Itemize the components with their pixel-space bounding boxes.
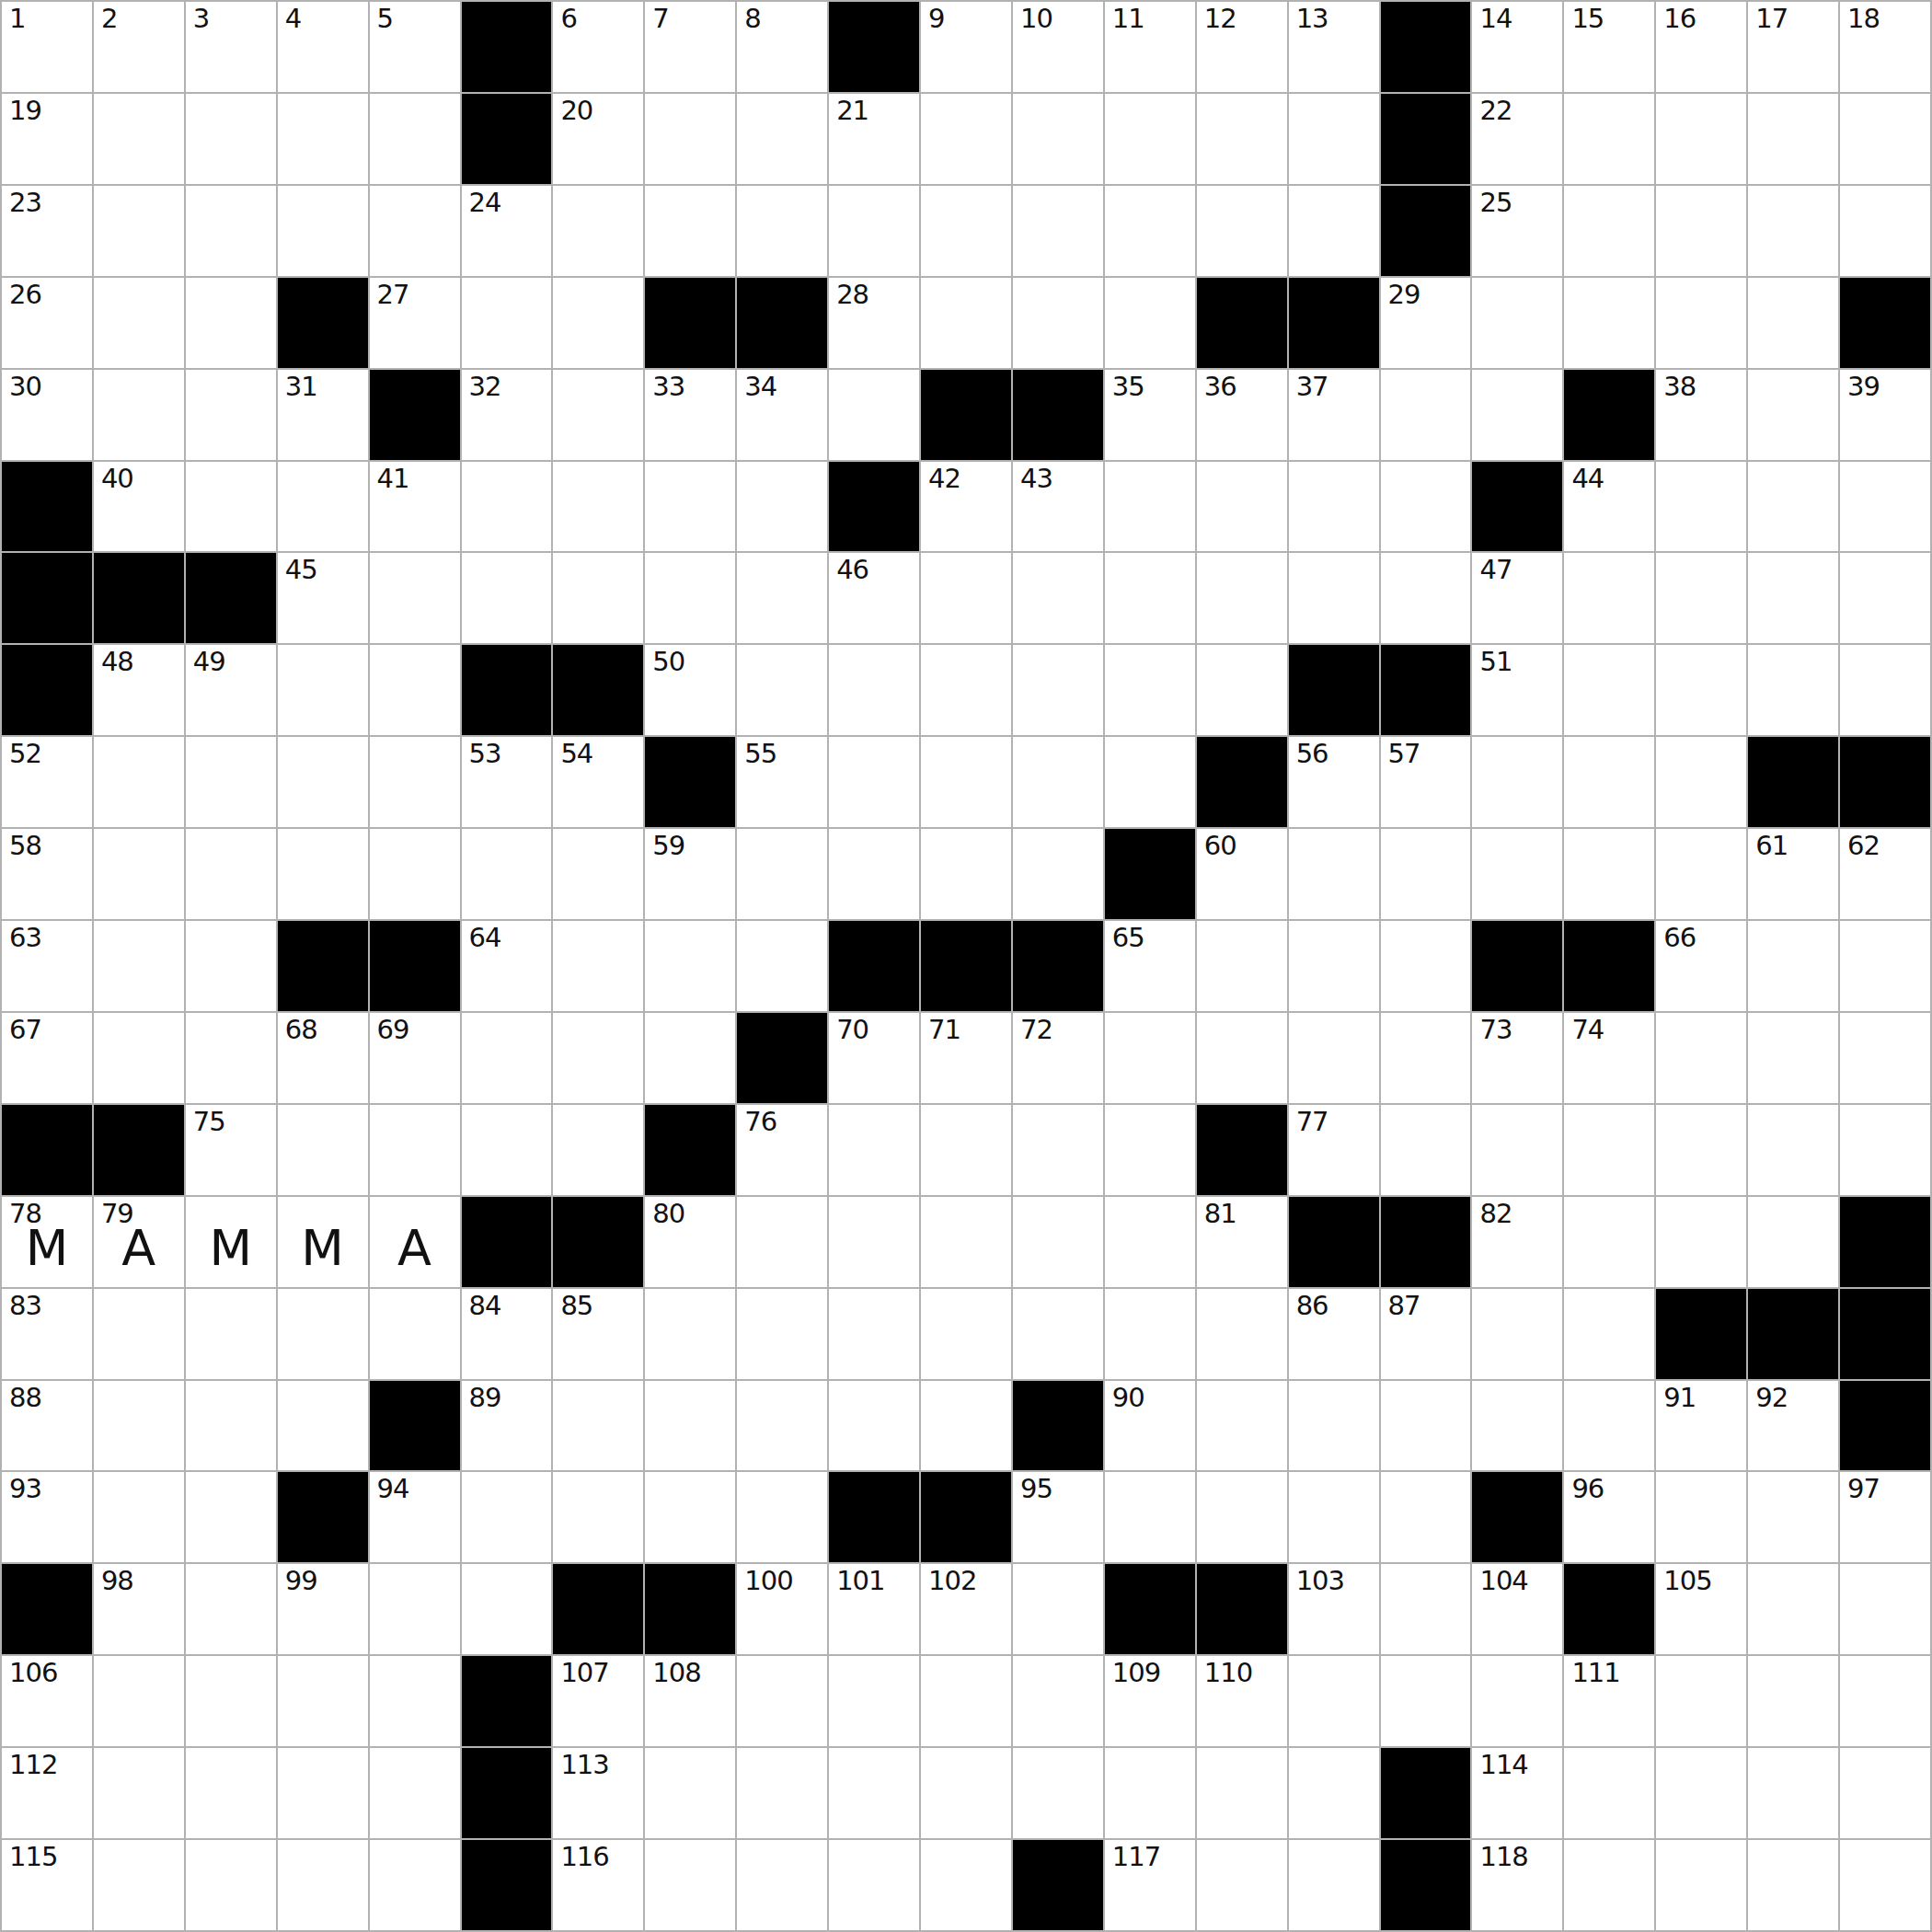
white-cell[interactable] [1013, 186, 1103, 276]
white-cell[interactable] [645, 1748, 735, 1838]
white-cell[interactable] [829, 829, 919, 919]
white-cell[interactable] [1105, 1472, 1195, 1562]
white-cell[interactable] [737, 462, 827, 552]
white-cell[interactable] [737, 645, 827, 735]
white-cell[interactable] [1748, 1564, 1838, 1654]
white-cell[interactable] [1289, 1381, 1379, 1471]
white-cell[interactable] [1656, 1840, 1746, 1930]
white-cell[interactable]: 5 [370, 2, 460, 92]
white-cell[interactable]: 51 [1472, 645, 1562, 735]
white-cell[interactable] [462, 1105, 552, 1195]
white-cell[interactable] [1472, 1105, 1562, 1195]
white-cell[interactable] [921, 1105, 1011, 1195]
white-cell[interactable] [553, 370, 643, 460]
white-cell[interactable]: 102 [921, 1564, 1011, 1654]
white-cell[interactable]: 94 [370, 1472, 460, 1562]
white-cell[interactable] [645, 462, 735, 552]
white-cell[interactable] [1289, 1656, 1379, 1746]
white-cell[interactable]: 15 [1564, 2, 1654, 92]
white-cell[interactable]: 78M [2, 1197, 92, 1287]
white-cell[interactable] [645, 1840, 735, 1930]
white-cell[interactable]: 49 [186, 645, 276, 735]
white-cell[interactable] [462, 1472, 552, 1562]
white-cell[interactable] [1197, 1289, 1287, 1379]
white-cell[interactable]: 97 [1840, 1472, 1930, 1562]
white-cell[interactable] [1289, 829, 1379, 919]
white-cell[interactable] [1748, 94, 1838, 184]
white-cell[interactable]: 34 [737, 370, 827, 460]
white-cell[interactable] [94, 1472, 184, 1562]
white-cell[interactable] [921, 1197, 1011, 1287]
white-cell[interactable] [1013, 1748, 1103, 1838]
white-cell[interactable] [553, 1013, 643, 1103]
white-cell[interactable]: 61 [1748, 829, 1838, 919]
white-cell[interactable] [1748, 462, 1838, 552]
white-cell[interactable] [1564, 645, 1654, 735]
white-cell[interactable]: 67 [2, 1013, 92, 1103]
white-cell[interactable] [1840, 553, 1930, 643]
white-cell[interactable] [1840, 1564, 1930, 1654]
white-cell[interactable]: 62 [1840, 829, 1930, 919]
white-cell[interactable] [1013, 278, 1103, 368]
white-cell[interactable] [1656, 278, 1746, 368]
white-cell[interactable]: 66 [1656, 921, 1746, 1011]
white-cell[interactable]: 82 [1472, 1197, 1562, 1287]
white-cell[interactable] [1748, 645, 1838, 735]
white-cell[interactable] [1289, 921, 1379, 1011]
white-cell[interactable]: 74 [1564, 1013, 1654, 1103]
white-cell[interactable] [1289, 186, 1379, 276]
white-cell[interactable] [278, 1656, 368, 1746]
white-cell[interactable]: 100 [737, 1564, 827, 1654]
white-cell[interactable]: 114 [1472, 1748, 1562, 1838]
white-cell[interactable] [921, 1289, 1011, 1379]
white-cell[interactable] [1656, 645, 1746, 735]
white-cell[interactable]: 8 [737, 2, 827, 92]
white-cell[interactable] [94, 1748, 184, 1838]
white-cell[interactable] [1105, 645, 1195, 735]
white-cell[interactable] [462, 829, 552, 919]
white-cell[interactable] [370, 186, 460, 276]
white-cell[interactable]: 103 [1289, 1564, 1379, 1654]
white-cell[interactable] [1013, 1105, 1103, 1195]
white-cell[interactable] [1656, 1197, 1746, 1287]
white-cell[interactable]: M [186, 1197, 276, 1287]
white-cell[interactable] [370, 1656, 460, 1746]
white-cell[interactable] [1472, 737, 1562, 827]
white-cell[interactable] [1381, 1013, 1471, 1103]
white-cell[interactable]: 60 [1197, 829, 1287, 919]
white-cell[interactable]: 84 [462, 1289, 552, 1379]
white-cell[interactable] [1748, 1656, 1838, 1746]
white-cell[interactable] [278, 1289, 368, 1379]
white-cell[interactable] [1197, 553, 1287, 643]
white-cell[interactable] [94, 1840, 184, 1930]
white-cell[interactable] [1197, 462, 1287, 552]
white-cell[interactable] [737, 553, 827, 643]
white-cell[interactable] [553, 1472, 643, 1562]
white-cell[interactable]: 9 [921, 2, 1011, 92]
white-cell[interactable] [94, 370, 184, 460]
white-cell[interactable] [94, 278, 184, 368]
white-cell[interactable] [370, 829, 460, 919]
white-cell[interactable] [1748, 1197, 1838, 1287]
white-cell[interactable] [1197, 1472, 1287, 1562]
white-cell[interactable] [1840, 1105, 1930, 1195]
white-cell[interactable] [645, 921, 735, 1011]
white-cell[interactable] [94, 94, 184, 184]
white-cell[interactable] [1105, 1105, 1195, 1195]
white-cell[interactable]: 99 [278, 1564, 368, 1654]
white-cell[interactable] [1197, 186, 1287, 276]
white-cell[interactable]: 116 [553, 1840, 643, 1930]
white-cell[interactable]: 93 [2, 1472, 92, 1562]
white-cell[interactable]: 108 [645, 1656, 735, 1746]
white-cell[interactable] [737, 1289, 827, 1379]
white-cell[interactable]: 6 [553, 2, 643, 92]
white-cell[interactable] [186, 1472, 276, 1562]
white-cell[interactable] [278, 1105, 368, 1195]
white-cell[interactable] [1013, 553, 1103, 643]
white-cell[interactable] [553, 553, 643, 643]
white-cell[interactable] [278, 1840, 368, 1930]
white-cell[interactable] [1656, 553, 1746, 643]
white-cell[interactable] [1840, 1013, 1930, 1103]
white-cell[interactable] [645, 1289, 735, 1379]
white-cell[interactable] [1472, 370, 1562, 460]
white-cell[interactable] [1656, 1472, 1746, 1562]
white-cell[interactable] [1564, 553, 1654, 643]
white-cell[interactable]: 58 [2, 829, 92, 919]
white-cell[interactable] [921, 278, 1011, 368]
white-cell[interactable] [553, 462, 643, 552]
white-cell[interactable]: 10 [1013, 2, 1103, 92]
white-cell[interactable]: 101 [829, 1564, 919, 1654]
white-cell[interactable]: 33 [645, 370, 735, 460]
white-cell[interactable] [1564, 829, 1654, 919]
white-cell[interactable] [186, 1840, 276, 1930]
white-cell[interactable] [1472, 829, 1562, 919]
white-cell[interactable] [370, 94, 460, 184]
white-cell[interactable]: 70 [829, 1013, 919, 1103]
white-cell[interactable] [829, 186, 919, 276]
white-cell[interactable] [1840, 1840, 1930, 1930]
white-cell[interactable] [1105, 94, 1195, 184]
white-cell[interactable] [1105, 186, 1195, 276]
white-cell[interactable]: 36 [1197, 370, 1287, 460]
white-cell[interactable]: 30 [2, 370, 92, 460]
white-cell[interactable] [278, 1381, 368, 1471]
white-cell[interactable]: 50 [645, 645, 735, 735]
white-cell[interactable]: 1 [2, 2, 92, 92]
white-cell[interactable] [1289, 1840, 1379, 1930]
white-cell[interactable]: 31 [278, 370, 368, 460]
white-cell[interactable] [278, 94, 368, 184]
white-cell[interactable] [1381, 829, 1471, 919]
white-cell[interactable] [1013, 1197, 1103, 1287]
white-cell[interactable] [1656, 829, 1746, 919]
white-cell[interactable]: 14 [1472, 2, 1562, 92]
white-cell[interactable]: 26 [2, 278, 92, 368]
white-cell[interactable] [1748, 370, 1838, 460]
white-cell[interactable] [737, 1840, 827, 1930]
white-cell[interactable]: 4 [278, 2, 368, 92]
white-cell[interactable]: 16 [1656, 2, 1746, 92]
white-cell[interactable] [278, 829, 368, 919]
white-cell[interactable]: 96 [1564, 1472, 1654, 1562]
white-cell[interactable] [829, 1289, 919, 1379]
white-cell[interactable]: 27 [370, 278, 460, 368]
white-cell[interactable] [278, 1748, 368, 1838]
white-cell[interactable]: 48 [94, 645, 184, 735]
white-cell[interactable] [829, 737, 919, 827]
white-cell[interactable]: 110 [1197, 1656, 1287, 1746]
white-cell[interactable] [737, 186, 827, 276]
white-cell[interactable] [1564, 278, 1654, 368]
white-cell[interactable] [94, 737, 184, 827]
white-cell[interactable] [1840, 186, 1930, 276]
white-cell[interactable] [1381, 1472, 1471, 1562]
white-cell[interactable]: 53 [462, 737, 552, 827]
white-cell[interactable] [186, 1289, 276, 1379]
white-cell[interactable] [1289, 553, 1379, 643]
white-cell[interactable] [1656, 1748, 1746, 1838]
white-cell[interactable]: 41 [370, 462, 460, 552]
white-cell[interactable]: 13 [1289, 2, 1379, 92]
white-cell[interactable]: 107 [553, 1656, 643, 1746]
white-cell[interactable]: 86 [1289, 1289, 1379, 1379]
white-cell[interactable] [921, 645, 1011, 735]
white-cell[interactable] [1197, 1013, 1287, 1103]
white-cell[interactable]: 71 [921, 1013, 1011, 1103]
white-cell[interactable] [462, 553, 552, 643]
white-cell[interactable]: 106 [2, 1656, 92, 1746]
white-cell[interactable] [1840, 645, 1930, 735]
white-cell[interactable] [1381, 462, 1471, 552]
white-cell[interactable]: 69 [370, 1013, 460, 1103]
white-cell[interactable]: 55 [737, 737, 827, 827]
white-cell[interactable]: 64 [462, 921, 552, 1011]
white-cell[interactable]: 112 [2, 1748, 92, 1838]
white-cell[interactable] [1197, 1381, 1287, 1471]
white-cell[interactable] [370, 645, 460, 735]
white-cell[interactable] [737, 1381, 827, 1471]
white-cell[interactable] [829, 1197, 919, 1287]
white-cell[interactable] [829, 645, 919, 735]
white-cell[interactable] [1564, 1381, 1654, 1471]
white-cell[interactable]: 92 [1748, 1381, 1838, 1471]
white-cell[interactable] [1197, 645, 1287, 735]
white-cell[interactable]: 81 [1197, 1197, 1287, 1287]
white-cell[interactable] [1472, 278, 1562, 368]
white-cell[interactable] [1013, 1564, 1103, 1654]
white-cell[interactable] [370, 1748, 460, 1838]
white-cell[interactable]: 20 [553, 94, 643, 184]
white-cell[interactable] [921, 1381, 1011, 1471]
white-cell[interactable] [1656, 1105, 1746, 1195]
white-cell[interactable] [1381, 1564, 1471, 1654]
white-cell[interactable]: 91 [1656, 1381, 1746, 1471]
white-cell[interactable] [94, 1381, 184, 1471]
white-cell[interactable] [1472, 1381, 1562, 1471]
white-cell[interactable] [1564, 1840, 1654, 1930]
white-cell[interactable] [1197, 94, 1287, 184]
white-cell[interactable] [1197, 1840, 1287, 1930]
white-cell[interactable] [737, 94, 827, 184]
white-cell[interactable] [462, 278, 552, 368]
white-cell[interactable] [186, 186, 276, 276]
white-cell[interactable] [186, 921, 276, 1011]
white-cell[interactable]: 89 [462, 1381, 552, 1471]
white-cell[interactable] [370, 737, 460, 827]
white-cell[interactable] [1840, 1656, 1930, 1746]
white-cell[interactable] [921, 553, 1011, 643]
white-cell[interactable] [1381, 921, 1471, 1011]
white-cell[interactable] [1564, 1197, 1654, 1287]
white-cell[interactable] [553, 278, 643, 368]
white-cell[interactable] [1748, 553, 1838, 643]
white-cell[interactable]: 24 [462, 186, 552, 276]
white-cell[interactable] [1289, 462, 1379, 552]
white-cell[interactable]: M [278, 1197, 368, 1287]
white-cell[interactable] [553, 921, 643, 1011]
white-cell[interactable] [921, 737, 1011, 827]
white-cell[interactable] [462, 1564, 552, 1654]
white-cell[interactable] [1656, 462, 1746, 552]
white-cell[interactable] [1105, 553, 1195, 643]
white-cell[interactable] [1748, 1748, 1838, 1838]
white-cell[interactable]: 72 [1013, 1013, 1103, 1103]
white-cell[interactable] [829, 1748, 919, 1838]
white-cell[interactable] [186, 1656, 276, 1746]
white-cell[interactable]: 42 [921, 462, 1011, 552]
white-cell[interactable] [370, 1564, 460, 1654]
white-cell[interactable] [1381, 1656, 1471, 1746]
white-cell[interactable] [94, 921, 184, 1011]
white-cell[interactable] [921, 1748, 1011, 1838]
white-cell[interactable] [1564, 1105, 1654, 1195]
white-cell[interactable] [829, 370, 919, 460]
white-cell[interactable] [1013, 645, 1103, 735]
white-cell[interactable] [645, 186, 735, 276]
white-cell[interactable]: 43 [1013, 462, 1103, 552]
white-cell[interactable]: 65 [1105, 921, 1195, 1011]
white-cell[interactable] [1656, 1656, 1746, 1746]
white-cell[interactable] [645, 1013, 735, 1103]
white-cell[interactable] [1013, 94, 1103, 184]
white-cell[interactable] [1656, 737, 1746, 827]
white-cell[interactable] [829, 1105, 919, 1195]
white-cell[interactable]: 11 [1105, 2, 1195, 92]
white-cell[interactable] [1656, 186, 1746, 276]
white-cell[interactable] [1840, 94, 1930, 184]
white-cell[interactable] [1105, 1289, 1195, 1379]
white-cell[interactable] [1013, 1656, 1103, 1746]
white-cell[interactable] [737, 1472, 827, 1562]
white-cell[interactable]: 37 [1289, 370, 1379, 460]
white-cell[interactable]: 59 [645, 829, 735, 919]
white-cell[interactable] [829, 1840, 919, 1930]
white-cell[interactable] [737, 1197, 827, 1287]
white-cell[interactable] [94, 829, 184, 919]
white-cell[interactable] [1840, 462, 1930, 552]
white-cell[interactable]: 87 [1381, 1289, 1471, 1379]
white-cell[interactable] [645, 1472, 735, 1562]
white-cell[interactable] [186, 1381, 276, 1471]
white-cell[interactable] [1564, 1748, 1654, 1838]
white-cell[interactable]: 118 [1472, 1840, 1562, 1930]
white-cell[interactable] [1656, 94, 1746, 184]
white-cell[interactable]: 44 [1564, 462, 1654, 552]
white-cell[interactable] [829, 1656, 919, 1746]
white-cell[interactable]: 21 [829, 94, 919, 184]
white-cell[interactable] [370, 553, 460, 643]
white-cell[interactable] [829, 1381, 919, 1471]
white-cell[interactable] [1381, 1381, 1471, 1471]
white-cell[interactable] [370, 1289, 460, 1379]
white-cell[interactable] [1289, 1013, 1379, 1103]
white-cell[interactable] [278, 737, 368, 827]
white-cell[interactable] [645, 1381, 735, 1471]
white-cell[interactable] [921, 186, 1011, 276]
white-cell[interactable] [1105, 737, 1195, 827]
white-cell[interactable]: 57 [1381, 737, 1471, 827]
white-cell[interactable] [462, 1013, 552, 1103]
white-cell[interactable] [186, 737, 276, 827]
white-cell[interactable] [645, 553, 735, 643]
white-cell[interactable] [278, 186, 368, 276]
white-cell[interactable]: 56 [1289, 737, 1379, 827]
white-cell[interactable] [1197, 1748, 1287, 1838]
white-cell[interactable]: 32 [462, 370, 552, 460]
white-cell[interactable] [1105, 1748, 1195, 1838]
white-cell[interactable] [737, 1656, 827, 1746]
white-cell[interactable] [1289, 1472, 1379, 1562]
white-cell[interactable] [921, 1840, 1011, 1930]
white-cell[interactable]: 35 [1105, 370, 1195, 460]
white-cell[interactable] [1381, 370, 1471, 460]
white-cell[interactable] [1748, 186, 1838, 276]
white-cell[interactable] [553, 829, 643, 919]
white-cell[interactable]: 18 [1840, 2, 1930, 92]
white-cell[interactable]: 38 [1656, 370, 1746, 460]
white-cell[interactable] [645, 94, 735, 184]
white-cell[interactable] [1564, 186, 1654, 276]
white-cell[interactable] [1289, 1748, 1379, 1838]
white-cell[interactable]: 79A [94, 1197, 184, 1287]
white-cell[interactable]: 73 [1472, 1013, 1562, 1103]
white-cell[interactable] [1105, 462, 1195, 552]
white-cell[interactable] [94, 1289, 184, 1379]
white-cell[interactable]: 39 [1840, 370, 1930, 460]
white-cell[interactable] [1564, 737, 1654, 827]
white-cell[interactable] [1289, 94, 1379, 184]
white-cell[interactable]: 29 [1381, 278, 1471, 368]
white-cell[interactable]: 52 [2, 737, 92, 827]
white-cell[interactable]: A [370, 1197, 460, 1287]
white-cell[interactable]: 113 [553, 1748, 643, 1838]
white-cell[interactable] [1105, 278, 1195, 368]
white-cell[interactable] [186, 1564, 276, 1654]
white-cell[interactable]: 115 [2, 1840, 92, 1930]
white-cell[interactable]: 88 [2, 1381, 92, 1471]
white-cell[interactable] [1656, 1013, 1746, 1103]
white-cell[interactable] [94, 1013, 184, 1103]
white-cell[interactable]: 63 [2, 921, 92, 1011]
white-cell[interactable] [186, 278, 276, 368]
white-cell[interactable] [1472, 1656, 1562, 1746]
white-cell[interactable] [1013, 737, 1103, 827]
